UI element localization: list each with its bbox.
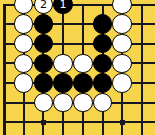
white-stone-glyph: ○ [116,37,127,50]
white-stone: ○ [14,34,34,54]
black-stone: 1 [53,0,73,14]
intersection[interactable] [53,34,73,54]
intersection[interactable] [0,112,14,132]
black-stone-glyph: ● [97,18,108,31]
black-stone-glyph: ● [38,57,49,70]
intersection[interactable] [112,93,132,113]
black-stone-glyph: ● [38,76,49,89]
intersection[interactable]: ○ [112,14,132,34]
intersection[interactable]: ○ [34,93,54,113]
white-stone: ○ [53,54,73,74]
white-stone: ○ [112,0,132,14]
black-stone: ● [93,34,113,54]
intersection[interactable]: ● [93,14,113,34]
black-stone-glyph: ● [97,37,108,50]
white-stone-glyph: ○ [77,57,88,70]
intersection[interactable] [73,112,93,132]
board-grid: ○21○○●●○○●●○○●○○●○○●●●●○○○○○ [0,0,152,132]
intersection[interactable] [53,112,73,132]
white-stone-glyph: ○ [18,57,29,70]
intersection[interactable] [14,93,34,113]
intersection[interactable]: 2 [34,0,54,14]
white-stone-glyph: ○ [77,96,88,109]
white-stone-glyph: ○ [116,18,127,31]
white-stone: ○ [112,73,132,93]
intersection[interactable] [132,112,152,132]
intersection[interactable]: ● [93,73,113,93]
intersection[interactable]: ○ [14,0,34,14]
white-stone-glyph: ○ [18,0,29,11]
white-stone-glyph: ○ [57,96,68,109]
intersection[interactable]: ○ [112,73,132,93]
intersection[interactable] [93,0,113,14]
intersection[interactable]: ○ [53,93,73,113]
intersection[interactable]: ○ [53,53,73,73]
white-stone-glyph: ○ [116,76,127,89]
intersection[interactable] [93,112,113,132]
intersection[interactable]: ● [34,73,54,93]
intersection[interactable]: ● [93,34,113,54]
black-stone-glyph: ● [57,76,68,89]
black-stone: ● [93,54,113,74]
white-stone: ○ [112,34,132,54]
white-stone: ○ [73,93,93,113]
white-stone-glyph: ○ [97,96,108,109]
white-stone: ○ [14,14,34,34]
white-stone-glyph: ○ [18,37,29,50]
intersection[interactable] [132,93,152,113]
intersection[interactable] [73,14,93,34]
white-stone: ○ [93,93,113,113]
white-stone: ○ [14,0,34,14]
black-stone-glyph: ● [77,76,88,89]
intersection[interactable]: ○ [112,34,132,54]
black-stone: ● [34,54,54,74]
black-stone: ● [93,14,113,34]
intersection[interactable] [14,112,34,132]
intersection[interactable] [132,34,152,54]
intersection[interactable] [53,14,73,34]
intersection[interactable] [132,14,152,34]
black-stone: ● [73,73,93,93]
white-stone-glyph: ○ [57,57,68,70]
white-stone: ○ [14,54,34,74]
intersection[interactable]: ● [34,34,54,54]
white-stone: ○ [112,54,132,74]
black-stone-glyph: ● [38,18,49,31]
intersection[interactable] [73,34,93,54]
intersection[interactable] [112,112,132,132]
intersection[interactable]: ● [34,14,54,34]
intersection[interactable]: ○ [112,53,132,73]
black-stone-glyph: ● [38,37,49,50]
white-stone-glyph: ○ [116,57,127,70]
white-stone-glyph: ○ [18,76,29,89]
intersection[interactable] [0,53,14,73]
black-stone: ● [34,73,54,93]
intersection[interactable]: 1 [53,0,73,14]
intersection[interactable]: ● [73,73,93,93]
intersection[interactable]: ○ [93,93,113,113]
move-number-label: 2 [40,0,47,10]
white-stone: ○ [112,14,132,34]
intersection[interactable] [0,73,14,93]
white-stone: ○ [73,54,93,74]
black-stone: ● [93,73,113,93]
intersection[interactable]: ● [53,73,73,93]
intersection[interactable]: ○ [73,93,93,113]
black-stone: ● [34,14,54,34]
intersection[interactable]: ○ [14,53,34,73]
intersection[interactable] [132,73,152,93]
white-stone-glyph: ○ [116,0,127,11]
intersection[interactable] [0,0,14,14]
intersection[interactable]: ○ [14,73,34,93]
white-stone: ○ [34,93,54,113]
white-stone-glyph: ○ [38,96,49,109]
intersection[interactable] [0,34,14,54]
black-stone: ● [34,34,54,54]
intersection[interactable]: ○ [112,0,132,14]
intersection[interactable] [132,53,152,73]
intersection[interactable]: ● [34,53,54,73]
go-board: ○21○○●●○○●●○○●○○●○○●●●●○○○○○ [0,0,155,135]
white-stone: ○ [53,93,73,113]
intersection[interactable]: ● [93,53,113,73]
black-stone-glyph: ● [97,76,108,89]
intersection[interactable]: ○ [73,53,93,73]
move-number-label: 1 [60,0,67,10]
intersection[interactable] [0,14,14,34]
intersection[interactable] [73,0,93,14]
white-stone: ○ [14,73,34,93]
black-stone: ● [53,73,73,93]
white-stone: 2 [34,0,54,14]
black-stone-glyph: ● [97,57,108,70]
intersection[interactable]: ○ [14,14,34,34]
white-stone-glyph: ○ [18,18,29,31]
intersection[interactable] [132,0,152,14]
intersection[interactable]: ○ [14,34,34,54]
intersection[interactable] [34,112,54,132]
intersection[interactable] [0,93,14,113]
